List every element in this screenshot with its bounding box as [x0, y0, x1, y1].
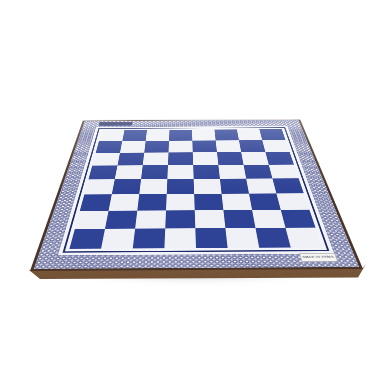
square-f7[interactable] — [216, 140, 242, 152]
square-e7[interactable] — [192, 140, 217, 152]
square-d8[interactable] — [169, 130, 192, 141]
square-g6[interactable] — [241, 152, 269, 165]
square-d3[interactable] — [166, 194, 195, 211]
square-c1[interactable] — [133, 228, 165, 248]
square-d6[interactable] — [168, 152, 193, 165]
square-a5[interactable] — [88, 165, 117, 179]
square-f2[interactable] — [223, 210, 255, 228]
square-c5[interactable] — [141, 165, 168, 179]
square-h6[interactable] — [265, 152, 294, 165]
product-photo-stage: MADE IN SPAIN — [0, 0, 390, 390]
square-a8[interactable] — [99, 130, 125, 141]
square-b4[interactable] — [112, 179, 141, 194]
square-a2[interactable] — [75, 211, 109, 229]
square-c8[interactable] — [146, 130, 170, 141]
square-b7[interactable] — [120, 141, 146, 153]
square-h1[interactable] — [286, 228, 323, 248]
square-g3[interactable] — [249, 193, 281, 210]
square-e1[interactable] — [195, 228, 227, 248]
square-g4[interactable] — [246, 178, 276, 193]
square-a3[interactable] — [80, 194, 112, 211]
square-g7[interactable] — [239, 140, 265, 152]
square-h5[interactable] — [269, 165, 299, 179]
square-b5[interactable] — [115, 165, 143, 179]
square-e5[interactable] — [193, 165, 220, 179]
square-c2[interactable] — [135, 210, 166, 228]
square-e6[interactable] — [193, 152, 219, 165]
square-c6[interactable] — [143, 152, 169, 165]
square-d4[interactable] — [167, 179, 194, 194]
square-b3[interactable] — [109, 194, 140, 211]
square-d7[interactable] — [168, 141, 192, 153]
square-f5[interactable] — [218, 165, 246, 179]
square-c7[interactable] — [144, 141, 169, 153]
square-d5[interactable] — [167, 165, 193, 179]
square-f6[interactable] — [217, 152, 244, 165]
origin-sticker: MADE IN SPAIN — [299, 253, 338, 262]
square-a1[interactable] — [69, 229, 105, 249]
square-c3[interactable] — [137, 194, 166, 211]
chessboard: MADE IN SPAIN — [30, 119, 363, 271]
square-g5[interactable] — [244, 165, 273, 179]
square-f1[interactable] — [225, 228, 259, 248]
square-b6[interactable] — [117, 153, 144, 166]
square-h4[interactable] — [272, 178, 303, 193]
square-f3[interactable] — [222, 194, 252, 211]
square-a4[interactable] — [84, 179, 114, 194]
square-b1[interactable] — [101, 229, 135, 249]
square-e8[interactable] — [192, 130, 216, 141]
square-d2[interactable] — [165, 210, 195, 228]
square-c4[interactable] — [139, 179, 167, 194]
square-g8[interactable] — [237, 129, 262, 140]
square-h7[interactable] — [262, 140, 289, 152]
square-e2[interactable] — [195, 210, 226, 228]
square-b2[interactable] — [105, 211, 137, 229]
square-f8[interactable] — [214, 129, 239, 140]
square-a6[interactable] — [92, 153, 120, 166]
brand-label-bar — [98, 122, 132, 126]
square-h8[interactable] — [259, 129, 285, 140]
square-e3[interactable] — [194, 194, 223, 211]
square-f4[interactable] — [220, 179, 249, 194]
square-a7[interactable] — [96, 141, 123, 153]
square-h3[interactable] — [276, 193, 309, 210]
squares-grid — [69, 129, 322, 249]
square-h2[interactable] — [281, 210, 316, 228]
square-e4[interactable] — [194, 179, 222, 194]
square-b8[interactable] — [122, 130, 147, 141]
square-d1[interactable] — [164, 228, 196, 248]
